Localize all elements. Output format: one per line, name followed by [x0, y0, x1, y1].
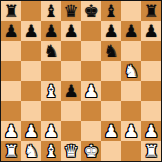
- square-d5[interactable]: [61, 61, 81, 81]
- square-f1[interactable]: [101, 141, 121, 161]
- square-a4[interactable]: [1, 81, 21, 101]
- square-h2[interactable]: ♟: [141, 121, 161, 141]
- square-h3[interactable]: [141, 101, 161, 121]
- square-c6[interactable]: ♞: [41, 41, 61, 61]
- piece-black-pawn: ♟: [21, 21, 41, 41]
- piece-black-bishop: ♝: [101, 1, 121, 21]
- square-h1[interactable]: ♜: [141, 141, 161, 161]
- square-e4[interactable]: ♟: [81, 81, 101, 101]
- square-d3[interactable]: [61, 101, 81, 121]
- square-b8[interactable]: [21, 1, 41, 21]
- square-g6[interactable]: [121, 41, 141, 61]
- square-g3[interactable]: [121, 101, 141, 121]
- square-d2[interactable]: [61, 121, 81, 141]
- piece-black-queen: ♛: [61, 1, 81, 21]
- piece-black-rook: ♜: [141, 1, 161, 21]
- square-e8[interactable]: ♚: [81, 1, 101, 21]
- piece-black-bishop: ♝: [41, 1, 61, 21]
- chess-board: ♜♝♛♚♝♜♟♟♟♟♟♟♟♞♞♞♝♟♟♟♟♟♟♟♟♜♞♝♛♚♜: [0, 0, 162, 162]
- piece-white-bishop: ♝: [41, 141, 61, 161]
- square-c1[interactable]: ♝: [41, 141, 61, 161]
- piece-black-pawn: ♟: [141, 21, 161, 41]
- square-d1[interactable]: ♛: [61, 141, 81, 161]
- square-h6[interactable]: [141, 41, 161, 61]
- square-c8[interactable]: ♝: [41, 1, 61, 21]
- piece-black-pawn: ♟: [101, 21, 121, 41]
- piece-black-king: ♚: [81, 1, 101, 21]
- piece-white-bishop: ♝: [41, 81, 61, 101]
- square-f2[interactable]: ♟: [101, 121, 121, 141]
- piece-white-queen: ♛: [61, 141, 81, 161]
- piece-white-pawn: ♟: [141, 121, 161, 141]
- piece-white-rook: ♜: [1, 141, 21, 161]
- square-a5[interactable]: [1, 61, 21, 81]
- piece-black-rook: ♜: [1, 1, 21, 21]
- square-b4[interactable]: [21, 81, 41, 101]
- square-f3[interactable]: [101, 101, 121, 121]
- square-d4[interactable]: ♟: [61, 81, 81, 101]
- piece-white-pawn: ♟: [1, 121, 21, 141]
- square-f7[interactable]: ♟: [101, 21, 121, 41]
- square-e3[interactable]: [81, 101, 101, 121]
- piece-white-pawn: ♟: [101, 121, 121, 141]
- square-f4[interactable]: [101, 81, 121, 101]
- square-g1[interactable]: [121, 141, 141, 161]
- square-e5[interactable]: [81, 61, 101, 81]
- square-d6[interactable]: [61, 41, 81, 61]
- square-e2[interactable]: [81, 121, 101, 141]
- piece-white-pawn: ♟: [41, 121, 61, 141]
- square-a1[interactable]: ♜: [1, 141, 21, 161]
- square-a2[interactable]: ♟: [1, 121, 21, 141]
- square-g2[interactable]: ♟: [121, 121, 141, 141]
- piece-black-knight: ♞: [41, 41, 61, 61]
- square-h8[interactable]: ♜: [141, 1, 161, 21]
- square-h4[interactable]: [141, 81, 161, 101]
- square-f6[interactable]: ♞: [101, 41, 121, 61]
- piece-black-pawn: ♟: [61, 21, 81, 41]
- square-b3[interactable]: [21, 101, 41, 121]
- piece-white-pawn: ♟: [121, 121, 141, 141]
- piece-white-pawn: ♟: [81, 81, 101, 101]
- piece-white-pawn: ♟: [21, 121, 41, 141]
- square-c4[interactable]: ♝: [41, 81, 61, 101]
- square-f8[interactable]: ♝: [101, 1, 121, 21]
- piece-black-pawn: ♟: [41, 21, 61, 41]
- square-f5[interactable]: [101, 61, 121, 81]
- square-a8[interactable]: ♜: [1, 1, 21, 21]
- square-c7[interactable]: ♟: [41, 21, 61, 41]
- piece-white-knight: ♞: [21, 141, 41, 161]
- square-b1[interactable]: ♞: [21, 141, 41, 161]
- square-g5[interactable]: ♞: [121, 61, 141, 81]
- square-e1[interactable]: ♚: [81, 141, 101, 161]
- square-g8[interactable]: [121, 1, 141, 21]
- piece-black-pawn: ♟: [61, 81, 81, 101]
- square-c3[interactable]: [41, 101, 61, 121]
- square-h5[interactable]: [141, 61, 161, 81]
- piece-white-knight: ♞: [121, 61, 141, 81]
- square-b5[interactable]: [21, 61, 41, 81]
- square-a3[interactable]: [1, 101, 21, 121]
- square-a6[interactable]: [1, 41, 21, 61]
- square-h7[interactable]: ♟: [141, 21, 161, 41]
- square-a7[interactable]: ♟: [1, 21, 21, 41]
- square-c5[interactable]: [41, 61, 61, 81]
- square-b2[interactable]: ♟: [21, 121, 41, 141]
- piece-white-rook: ♜: [141, 141, 161, 161]
- square-d7[interactable]: ♟: [61, 21, 81, 41]
- square-b7[interactable]: ♟: [21, 21, 41, 41]
- piece-black-pawn: ♟: [1, 21, 21, 41]
- square-b6[interactable]: [21, 41, 41, 61]
- square-e7[interactable]: [81, 21, 101, 41]
- square-g7[interactable]: ♟: [121, 21, 141, 41]
- piece-white-king: ♚: [81, 141, 101, 161]
- piece-black-knight: ♞: [101, 41, 121, 61]
- square-e6[interactable]: [81, 41, 101, 61]
- square-d8[interactable]: ♛: [61, 1, 81, 21]
- square-c2[interactable]: ♟: [41, 121, 61, 141]
- piece-black-pawn: ♟: [121, 21, 141, 41]
- square-g4[interactable]: [121, 81, 141, 101]
